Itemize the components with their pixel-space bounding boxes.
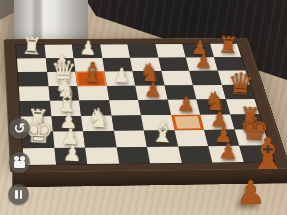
square-f4[interactable] (111, 115, 144, 131)
black-pawn-h7[interactable]: ♟ (212, 140, 244, 163)
captured-black-bishop: ♝ (248, 132, 287, 176)
square-d4[interactable] (106, 85, 138, 100)
board-frame: ♜♟♟♜♟♟♛♝♟♞♞♟♛♝♟♞♜♟♞♟♜♚♟♝♟♚♟♟ (4, 38, 287, 172)
square-h6[interactable] (178, 146, 213, 163)
white-pawn-h2[interactable]: ♟ (55, 142, 88, 165)
square-g5[interactable]: ♝ (144, 130, 178, 146)
white-pawn-c4[interactable]: ♟ (106, 65, 136, 86)
square-g4[interactable] (113, 131, 146, 147)
black-pawn-d5[interactable]: ♟ (138, 79, 168, 100)
square-d5[interactable]: ♟ (135, 85, 167, 100)
square-b1[interactable] (17, 58, 47, 72)
black-bishop-c3[interactable]: ♝ (77, 58, 107, 86)
square-c1[interactable] (18, 72, 48, 86)
square-a1[interactable]: ♜ (16, 45, 45, 59)
white-knight-f3[interactable]: ♞ (83, 104, 115, 131)
square-g6[interactable] (174, 130, 208, 146)
pause-button[interactable] (8, 184, 29, 205)
white-bishop-g5[interactable]: ♝ (147, 117, 179, 147)
square-c4[interactable]: ♟ (104, 71, 135, 85)
white-rook-a1[interactable]: ♜ (17, 34, 46, 58)
square-a6[interactable] (155, 44, 186, 57)
square-a5[interactable] (127, 44, 158, 57)
square-h2[interactable]: ♟ (54, 147, 87, 164)
square-h7[interactable]: ♟ (208, 146, 243, 163)
square-b7[interactable]: ♟ (186, 57, 218, 71)
square-h5[interactable] (147, 146, 181, 163)
undo-icon: ↺ (9, 120, 30, 136)
square-a4[interactable] (100, 44, 130, 57)
camera-view-button[interactable] (9, 152, 30, 173)
chessboard-3d: ♜♟♟♜♟♟♛♝♟♞♞♟♛♝♟♞♜♟♞♟♜♚♟♝♟♚♟♟ (1, 0, 274, 215)
white-pawn-a3[interactable]: ♟ (74, 38, 103, 59)
captured-black-pawn: ♟ (236, 176, 266, 209)
square-d1[interactable] (19, 86, 50, 101)
square-e5[interactable] (138, 100, 171, 115)
square-h3[interactable] (85, 147, 119, 164)
black-pawn-e6[interactable]: ♟ (170, 93, 201, 115)
square-c7[interactable] (189, 71, 221, 85)
black-pawn-b7[interactable]: ♟ (189, 51, 218, 72)
board-grid: ♜♟♟♜♟♟♛♝♟♞♞♟♛♝♟♞♜♟♞♟♜♚♟♝♟♚♟♟ (16, 44, 274, 165)
undo-button[interactable]: ↺ (9, 118, 30, 139)
square-h4[interactable] (116, 147, 150, 164)
square-e6[interactable]: ♟ (167, 99, 200, 114)
